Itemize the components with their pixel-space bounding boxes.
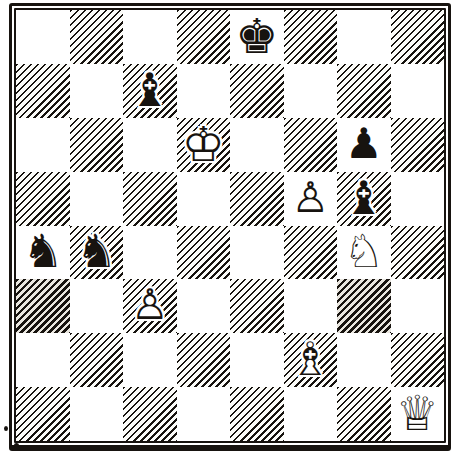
black-bishop-glyph: ♝ <box>343 171 384 225</box>
square-c2 <box>123 333 177 387</box>
square-a3 <box>16 279 70 333</box>
square-h8 <box>391 10 445 64</box>
square-e8: ♚♚ <box>230 10 284 64</box>
square-c3: ♟♙ <box>123 279 177 333</box>
white-bishop-glyph: ♗ <box>290 332 331 386</box>
square-h7 <box>391 64 445 118</box>
square-e2 <box>230 333 284 387</box>
black-king-glyph: ♚ <box>235 8 278 64</box>
black-knight-glyph: ♞ <box>76 224 117 278</box>
square-b3 <box>70 279 124 333</box>
white-pawn-glyph: ♙ <box>291 173 329 222</box>
square-f2: ♝♗ <box>284 333 338 387</box>
square-f6 <box>284 118 338 172</box>
black-king: ♚♚ <box>235 12 278 60</box>
black-pawn: ♟♟ <box>345 123 383 165</box>
square-g2 <box>337 333 391 387</box>
square-b2 <box>70 333 124 387</box>
square-c5 <box>123 172 177 226</box>
white-king-glyph: ♔ <box>182 116 225 172</box>
diagram-outer-frame: ♚♚♝♝♚♔♟♟♟♙♝♝♞♞♞♞♞♘♟♙♝♗♛♕ <box>9 3 451 451</box>
square-e1 <box>230 387 284 441</box>
square-a5 <box>16 172 70 226</box>
black-pawn-glyph: ♟ <box>345 119 383 168</box>
black-bishop-glyph: ♝ <box>129 63 170 117</box>
square-b1 <box>70 387 124 441</box>
square-h4 <box>391 226 445 280</box>
square-b8 <box>70 10 124 64</box>
print-speck <box>14 443 19 447</box>
square-f1 <box>284 387 338 441</box>
black-knight-glyph: ♞ <box>22 224 63 278</box>
square-b7 <box>70 64 124 118</box>
square-a2 <box>16 333 70 387</box>
square-g7 <box>337 64 391 118</box>
black-bishop: ♝♝ <box>343 175 384 221</box>
white-queen: ♛♕ <box>396 389 439 437</box>
square-b4: ♞♞ <box>70 226 124 280</box>
square-e7 <box>230 64 284 118</box>
square-e5 <box>230 172 284 226</box>
chess-board: ♚♚♝♝♚♔♟♟♟♙♝♝♞♞♞♞♞♘♟♙♝♗♛♕ <box>16 10 444 441</box>
square-d2 <box>177 333 231 387</box>
square-g5: ♝♝ <box>337 172 391 226</box>
white-pawn: ♟♙ <box>131 284 169 326</box>
square-e3 <box>230 279 284 333</box>
square-a1 <box>16 387 70 441</box>
square-d4 <box>177 226 231 280</box>
square-h1: ♛♕ <box>391 387 445 441</box>
square-e6 <box>230 118 284 172</box>
square-c6 <box>123 118 177 172</box>
square-d7 <box>177 64 231 118</box>
square-g3 <box>337 279 391 333</box>
square-g1 <box>337 387 391 441</box>
white-pawn: ♟♙ <box>291 177 329 219</box>
square-f7 <box>284 64 338 118</box>
square-h3 <box>391 279 445 333</box>
square-g6: ♟♟ <box>337 118 391 172</box>
white-queen-glyph: ♕ <box>396 385 439 441</box>
square-d8 <box>177 10 231 64</box>
white-king: ♚♔ <box>182 120 225 168</box>
square-f4 <box>284 226 338 280</box>
square-h2 <box>391 333 445 387</box>
square-c8 <box>123 10 177 64</box>
square-g8 <box>337 10 391 64</box>
square-f3 <box>284 279 338 333</box>
print-speck <box>4 426 8 431</box>
diagram-inner-frame: ♚♚♝♝♚♔♟♟♟♙♝♝♞♞♞♞♞♘♟♙♝♗♛♕ <box>14 8 446 443</box>
black-knight: ♞♞ <box>22 228 63 274</box>
white-knight: ♞♘ <box>343 228 384 274</box>
square-a7 <box>16 64 70 118</box>
square-h6 <box>391 118 445 172</box>
square-d1 <box>177 387 231 441</box>
white-bishop: ♝♗ <box>290 336 331 382</box>
black-bishop: ♝♝ <box>129 67 170 113</box>
square-a4: ♞♞ <box>16 226 70 280</box>
square-h5 <box>391 172 445 226</box>
square-b5 <box>70 172 124 226</box>
square-c4 <box>123 226 177 280</box>
square-d5 <box>177 172 231 226</box>
square-d3 <box>177 279 231 333</box>
square-e4 <box>230 226 284 280</box>
square-c7: ♝♝ <box>123 64 177 118</box>
square-b6 <box>70 118 124 172</box>
square-c1 <box>123 387 177 441</box>
black-knight: ♞♞ <box>76 228 117 274</box>
square-d6: ♚♔ <box>177 118 231 172</box>
square-a8 <box>16 10 70 64</box>
square-f5: ♟♙ <box>284 172 338 226</box>
square-a6 <box>16 118 70 172</box>
square-f8 <box>284 10 338 64</box>
white-knight-glyph: ♘ <box>343 224 384 278</box>
white-pawn-glyph: ♙ <box>131 280 169 329</box>
square-g4: ♞♘ <box>337 226 391 280</box>
